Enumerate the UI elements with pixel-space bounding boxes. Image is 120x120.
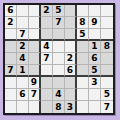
- cell-r4c6[interactable]: [65, 41, 77, 53]
- sudoku-board: 625278975241847267165936745837: [3, 3, 115, 115]
- cell-r2c8[interactable]: 9: [89, 17, 101, 29]
- cell-r1c4[interactable]: 2: [41, 5, 53, 17]
- cell-r8c3[interactable]: 7: [29, 89, 41, 101]
- cell-r8c9[interactable]: 5: [101, 89, 113, 101]
- cell-r3c1[interactable]: [5, 29, 17, 41]
- cell-r9c8[interactable]: [89, 101, 101, 113]
- cell-r9c1[interactable]: [5, 101, 17, 113]
- cell-r1c2[interactable]: [17, 5, 29, 17]
- cell-r6c5[interactable]: [53, 65, 65, 77]
- cell-r1c8[interactable]: [89, 5, 101, 17]
- cell-r8c2[interactable]: 6: [17, 89, 29, 101]
- cell-r3c2[interactable]: 7: [17, 29, 29, 41]
- cell-r6c9[interactable]: [101, 65, 113, 77]
- cell-r8c7[interactable]: [77, 89, 89, 101]
- cell-r3c8[interactable]: [89, 29, 101, 41]
- cell-r4c9[interactable]: 8: [101, 41, 113, 53]
- cell-r7c6[interactable]: [65, 77, 77, 89]
- cell-r1c7[interactable]: [77, 5, 89, 17]
- cell-r7c2[interactable]: [17, 77, 29, 89]
- cell-r2c2[interactable]: [17, 17, 29, 29]
- cell-r7c3[interactable]: 9: [29, 77, 41, 89]
- cell-r6c3[interactable]: [29, 65, 41, 77]
- cell-r5c2[interactable]: 4: [17, 53, 29, 65]
- cell-r8c6[interactable]: [65, 89, 77, 101]
- cell-r6c7[interactable]: [77, 65, 89, 77]
- cell-r1c6[interactable]: [65, 5, 77, 17]
- cell-r5c5[interactable]: [53, 53, 65, 65]
- cell-r9c6[interactable]: 3: [65, 101, 77, 113]
- cell-r3c7[interactable]: 5: [77, 29, 89, 41]
- cell-r7c5[interactable]: [53, 77, 65, 89]
- cell-r6c6[interactable]: 6: [65, 65, 77, 77]
- cell-r2c5[interactable]: 7: [53, 17, 65, 29]
- cell-r5c7[interactable]: [77, 53, 89, 65]
- cell-r4c8[interactable]: 1: [89, 41, 101, 53]
- cell-r4c2[interactable]: 2: [17, 41, 29, 53]
- cell-r5c1[interactable]: [5, 53, 17, 65]
- page-background: 625278975241847267165936745837: [0, 0, 120, 120]
- cell-r7c4[interactable]: [41, 77, 53, 89]
- cell-r9c7[interactable]: [77, 101, 89, 113]
- cell-r6c1[interactable]: 7: [5, 65, 17, 77]
- cell-r7c9[interactable]: [101, 77, 113, 89]
- cell-r9c4[interactable]: [41, 101, 53, 113]
- cell-r8c1[interactable]: [5, 89, 17, 101]
- cell-r4c7[interactable]: [77, 41, 89, 53]
- cell-r1c1[interactable]: 6: [5, 5, 17, 17]
- cell-r5c8[interactable]: 6: [89, 53, 101, 65]
- cell-r2c6[interactable]: [65, 17, 77, 29]
- cell-r7c1[interactable]: [5, 77, 17, 89]
- cell-r4c1[interactable]: [5, 41, 17, 53]
- cell-r4c4[interactable]: 4: [41, 41, 53, 53]
- cell-r4c5[interactable]: [53, 41, 65, 53]
- cell-r4c3[interactable]: [29, 41, 41, 53]
- cell-r8c8[interactable]: [89, 89, 101, 101]
- cell-r3c9[interactable]: [101, 29, 113, 41]
- cell-r1c9[interactable]: [101, 5, 113, 17]
- cell-r5c9[interactable]: [101, 53, 113, 65]
- cell-r3c4[interactable]: [41, 29, 53, 41]
- cell-r2c1[interactable]: 2: [5, 17, 17, 29]
- cell-r2c3[interactable]: [29, 17, 41, 29]
- cell-r1c5[interactable]: 5: [53, 5, 65, 17]
- cell-r1c3[interactable]: [29, 5, 41, 17]
- cell-r2c7[interactable]: 8: [77, 17, 89, 29]
- cell-r7c8[interactable]: 3: [89, 77, 101, 89]
- cell-r2c4[interactable]: [41, 17, 53, 29]
- cell-r2c9[interactable]: [101, 17, 113, 29]
- cell-r6c8[interactable]: 5: [89, 65, 101, 77]
- cell-r5c6[interactable]: 2: [65, 53, 77, 65]
- cell-r9c3[interactable]: [29, 101, 41, 113]
- cell-r9c2[interactable]: [17, 101, 29, 113]
- cell-r3c6[interactable]: [65, 29, 77, 41]
- cell-r8c4[interactable]: [41, 89, 53, 101]
- cell-r8c5[interactable]: 4: [53, 89, 65, 101]
- cell-r3c5[interactable]: [53, 29, 65, 41]
- cell-r7c7[interactable]: [77, 77, 89, 89]
- cell-r9c9[interactable]: 7: [101, 101, 113, 113]
- cell-r5c4[interactable]: 7: [41, 53, 53, 65]
- cell-r3c3[interactable]: [29, 29, 41, 41]
- cell-r6c2[interactable]: 1: [17, 65, 29, 77]
- cell-r5c3[interactable]: [29, 53, 41, 65]
- cell-r9c5[interactable]: 8: [53, 101, 65, 113]
- cell-r6c4[interactable]: [41, 65, 53, 77]
